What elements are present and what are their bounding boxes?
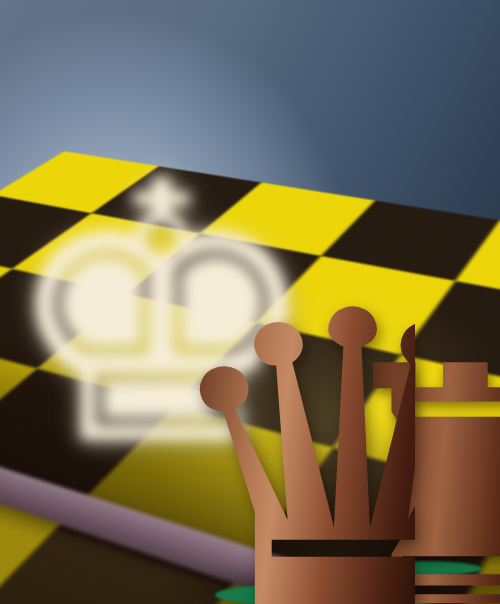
board-perspective-wrapper [0,0,500,604]
chess-board [0,151,500,604]
chess-photo-scene: ♚ ♜ ♛ [0,0,500,604]
board-camera [0,0,500,604]
